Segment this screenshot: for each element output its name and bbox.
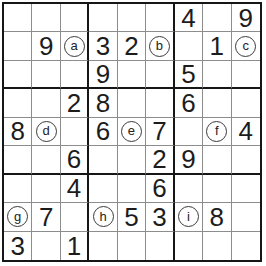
cell-r3c7[interactable]: 5 [175, 61, 203, 89]
cell-r1c9[interactable]: 9 [232, 4, 260, 32]
cell-r2c2[interactable]: 9 [32, 32, 60, 60]
given-digit: 9 [181, 146, 195, 172]
given-digit: 3 [96, 33, 110, 59]
cell-r2c3[interactable]: a [61, 32, 89, 60]
cell-r1c1[interactable] [4, 4, 32, 32]
given-digit: 4 [67, 175, 81, 201]
cell-r1c5[interactable] [118, 4, 146, 32]
cell-r9c3[interactable]: 1 [61, 232, 89, 260]
given-digit: 3 [10, 233, 24, 259]
circled-letter-e: e [121, 121, 142, 142]
given-digit: 6 [152, 175, 166, 201]
cell-r3c3[interactable] [61, 61, 89, 89]
cell-r4c9[interactable] [232, 89, 260, 117]
cell-r6c6[interactable]: 2 [146, 146, 174, 174]
cell-r4c4[interactable]: 8 [89, 89, 117, 117]
cell-r6c4[interactable] [89, 146, 117, 174]
sudoku-board: 499a32b1c952868d6e7f462946g7h53i831 [2, 2, 262, 262]
given-digit: 7 [152, 118, 166, 144]
cell-r1c2[interactable] [32, 4, 60, 32]
cell-r7c4[interactable] [89, 175, 117, 203]
circled-letter-i: i [178, 206, 199, 227]
cell-r2c1[interactable] [4, 32, 32, 60]
cell-r3c6[interactable] [146, 61, 174, 89]
cell-r6c5[interactable] [118, 146, 146, 174]
cell-r8c4[interactable]: h [89, 203, 117, 231]
cell-r6c1[interactable] [4, 146, 32, 174]
given-digit: 5 [124, 204, 138, 230]
circled-letter-f: f [206, 121, 227, 142]
cell-r6c2[interactable] [32, 146, 60, 174]
cell-r2c4[interactable]: 3 [89, 32, 117, 60]
cell-r9c6[interactable] [146, 232, 174, 260]
cell-r5c5[interactable]: e [118, 118, 146, 146]
cell-r1c4[interactable] [89, 4, 117, 32]
cell-r8c2[interactable]: 7 [32, 203, 60, 231]
cell-r6c8[interactable] [203, 146, 231, 174]
cell-r3c2[interactable] [32, 61, 60, 89]
cell-r3c9[interactable] [232, 61, 260, 89]
given-digit: 9 [96, 61, 110, 87]
cell-r5c6[interactable]: 7 [146, 118, 174, 146]
cell-r7c5[interactable] [118, 175, 146, 203]
cell-r4c2[interactable] [32, 89, 60, 117]
cell-r2c9[interactable]: c [232, 32, 260, 60]
given-digit: 2 [67, 90, 81, 116]
given-digit: 2 [152, 146, 166, 172]
cell-r6c7[interactable]: 9 [175, 146, 203, 174]
cell-r8c8[interactable]: 8 [203, 203, 231, 231]
cell-r8c5[interactable]: 5 [118, 203, 146, 231]
given-digit: 9 [239, 5, 253, 31]
cell-r3c5[interactable] [118, 61, 146, 89]
cell-r1c7[interactable]: 4 [175, 4, 203, 32]
cell-r8c6[interactable]: 3 [146, 203, 174, 231]
cell-r3c4[interactable]: 9 [89, 61, 117, 89]
given-digit: 8 [10, 118, 24, 144]
cell-r8c9[interactable] [232, 203, 260, 231]
given-digit: 6 [67, 146, 81, 172]
cell-r9c1[interactable]: 3 [4, 232, 32, 260]
cell-r5c7[interactable] [175, 118, 203, 146]
cell-r5c3[interactable] [61, 118, 89, 146]
given-digit: 2 [124, 33, 138, 59]
cell-r3c1[interactable] [4, 61, 32, 89]
cell-r8c7[interactable]: i [175, 203, 203, 231]
circled-letter-b: b [149, 36, 170, 57]
cell-r4c6[interactable] [146, 89, 174, 117]
cell-r2c5[interactable]: 2 [118, 32, 146, 60]
cell-r4c7[interactable]: 6 [175, 89, 203, 117]
given-digit: 1 [210, 33, 224, 59]
circled-letter-d: d [36, 121, 57, 142]
cell-r7c8[interactable] [203, 175, 231, 203]
given-digit: 5 [181, 61, 195, 87]
cell-r2c7[interactable] [175, 32, 203, 60]
cell-r9c8[interactable] [203, 232, 231, 260]
cell-r6c3[interactable]: 6 [61, 146, 89, 174]
given-digit: 8 [210, 204, 224, 230]
given-digit: 1 [67, 233, 81, 259]
cell-r2c8[interactable]: 1 [203, 32, 231, 60]
cell-r5c9[interactable]: 4 [232, 118, 260, 146]
cell-r7c1[interactable] [4, 175, 32, 203]
cell-r7c7[interactable] [175, 175, 203, 203]
cell-r2c6[interactable]: b [146, 32, 174, 60]
cell-r9c2[interactable] [32, 232, 60, 260]
given-digit: 4 [239, 118, 253, 144]
cell-r9c7[interactable] [175, 232, 203, 260]
cell-r8c1[interactable]: g [4, 203, 32, 231]
given-digit: 7 [39, 204, 53, 230]
cell-r5c4[interactable]: 6 [89, 118, 117, 146]
circled-letter-c: c [235, 36, 256, 57]
circled-letter-a: a [64, 36, 85, 57]
cell-r7c9[interactable] [232, 175, 260, 203]
cell-r4c5[interactable] [118, 89, 146, 117]
circled-letter-h: h [93, 206, 114, 227]
cell-r4c8[interactable] [203, 89, 231, 117]
cell-r5c1[interactable]: 8 [4, 118, 32, 146]
cell-r9c9[interactable] [232, 232, 260, 260]
given-digit: 6 [181, 90, 195, 116]
circled-letter-g: g [7, 206, 28, 227]
cell-r8c3[interactable] [61, 203, 89, 231]
given-digit: 6 [96, 118, 110, 144]
cell-r4c1[interactable] [4, 89, 32, 117]
given-digit: 3 [152, 204, 166, 230]
cell-r7c2[interactable] [32, 175, 60, 203]
cell-r6c9[interactable] [232, 146, 260, 174]
cell-r1c3[interactable] [61, 4, 89, 32]
cell-r1c8[interactable] [203, 4, 231, 32]
cell-r5c8[interactable]: f [203, 118, 231, 146]
cell-r3c8[interactable] [203, 61, 231, 89]
given-digit: 4 [181, 5, 195, 31]
cell-r9c4[interactable] [89, 232, 117, 260]
given-digit: 8 [96, 90, 110, 116]
cell-r9c5[interactable] [118, 232, 146, 260]
cell-r5c2[interactable]: d [32, 118, 60, 146]
cell-r7c3[interactable]: 4 [61, 175, 89, 203]
cell-r4c3[interactable]: 2 [61, 89, 89, 117]
cell-r1c6[interactable] [146, 4, 174, 32]
given-digit: 9 [39, 33, 53, 59]
cell-r7c6[interactable]: 6 [146, 175, 174, 203]
